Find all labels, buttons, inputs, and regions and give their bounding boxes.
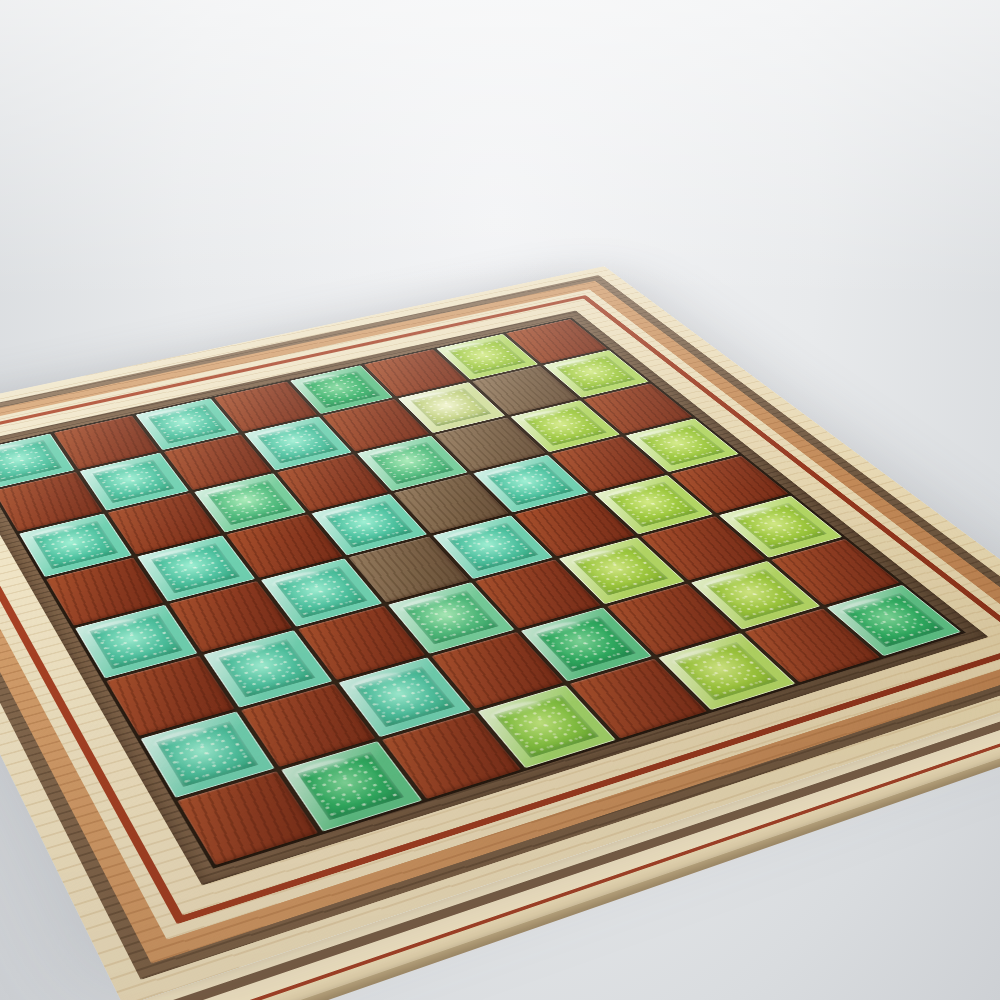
glass-tile-face: [705, 569, 804, 621]
glass-glint: [150, 724, 210, 749]
glass-glint: [292, 755, 353, 782]
board-square-r7c4: [431, 632, 563, 709]
board-square-r4c1: [46, 557, 164, 625]
glass-tile-face: [487, 461, 574, 505]
glass-glint: [487, 698, 545, 723]
glass-glint: [84, 616, 139, 638]
glass-glint: [530, 619, 584, 641]
board-square-r6c2: [204, 630, 332, 707]
glass-tile-face: [302, 371, 380, 408]
glass-glint: [347, 669, 404, 693]
glass-tile-face: [257, 423, 339, 464]
glass-tile-face: [370, 442, 454, 484]
board-square-r7c3: [338, 657, 471, 737]
glass-tile-face: [411, 388, 492, 426]
glass-tile-face: [494, 694, 599, 757]
glass-glint: [836, 596, 888, 617]
glass-glint: [699, 571, 751, 591]
board-square-r7c7: [690, 561, 820, 630]
glass-tile-face: [298, 751, 405, 820]
scene: [0, 0, 1000, 1000]
glass-tile-face: [325, 501, 413, 548]
game-board: [0, 266, 1000, 1000]
glass-tile-face: [523, 406, 607, 446]
